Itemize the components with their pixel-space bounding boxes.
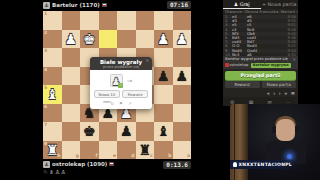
game-result-banner: Bartelur wygrał przez poddanie się × ost… [223, 56, 298, 69]
square-h2[interactable]: 2 [43, 30, 62, 49]
headphone-cup-left [272, 126, 276, 133]
after-game-buttons: Rewanż Nowa partia [225, 81, 296, 88]
top-player-flag-pl [102, 3, 107, 7]
square-f7[interactable]: ♚ [80, 122, 99, 141]
headphone-cup-right [295, 126, 299, 133]
new-game-button[interactable]: Nowa 10 min [94, 90, 120, 98]
captured-piece-icon: ♘ [43, 169, 48, 175]
rematch-button[interactable]: Rewanż [225, 81, 260, 88]
modal-body: ♟ ✓ → Nowa 10 min Rewanż ↻⚑↗ [90, 70, 152, 109]
forward-icon[interactable]: › [279, 90, 281, 96]
square-a4[interactable]: ♟ [173, 67, 192, 86]
square-c7[interactable] [136, 122, 155, 141]
share-icon[interactable]: ↗ [128, 101, 132, 106]
tab-new-game[interactable]: + Nowa partia [261, 0, 299, 9]
rank-label-6: 6 [44, 105, 47, 110]
blue-led-light [287, 154, 292, 159]
square-g7[interactable] [62, 122, 81, 141]
result-chips: ostrolekap Bartelur wygrywa [225, 63, 296, 68]
stream-stage: ♟ Bartelur (1170) 07:16 12♟♚♟♟34♟♟♟5♝♟6♞… [0, 0, 320, 180]
square-f2[interactable]: ♚ [80, 30, 99, 49]
loser-name: ostrolekap [230, 63, 249, 67]
square-h6[interactable]: 6 [43, 104, 62, 123]
captured-piece-icon: ♙ [55, 169, 60, 175]
square-e8[interactable]: e [99, 141, 118, 160]
piece-white-pawn[interactable]: ♟ [64, 30, 77, 49]
square-a3[interactable] [173, 48, 192, 67]
plus-icon: + [262, 2, 266, 7]
file-label-e: e [113, 154, 116, 159]
square-c8[interactable]: c♜ [136, 141, 155, 160]
square-h8[interactable]: 8h♜ [43, 141, 62, 160]
panel-tabs: ♟ Graj + Nowa partia [223, 0, 298, 9]
piece-black-pawn[interactable]: ♟ [120, 122, 133, 141]
square-g1[interactable] [62, 11, 81, 30]
square-g6[interactable] [62, 104, 81, 123]
square-g8[interactable]: g [62, 141, 81, 160]
captured-piece-icon: ♙ [61, 169, 66, 175]
rank-label-3: 3 [44, 49, 47, 54]
top-player-bar: ♟ Bartelur (1170) 07:16 [43, 0, 191, 10]
piece-white-pawn[interactable]: ♟ [157, 30, 170, 49]
square-b5[interactable] [154, 85, 173, 104]
rematch-icon[interactable]: ↻ [111, 101, 115, 106]
square-b6[interactable] [154, 104, 173, 123]
back-icon[interactable]: ‹ [273, 90, 275, 96]
captured-pieces-row: ♘♗♙♙ [43, 168, 191, 175]
rank-label-2: 2 [44, 31, 47, 36]
close-icon[interactable]: × [145, 58, 149, 63]
moves-menu-icon[interactable]: ≡ [291, 90, 295, 96]
file-label-b: b [168, 154, 171, 159]
rank-label-5: 5 [44, 86, 47, 91]
square-b8[interactable]: b [154, 141, 173, 160]
piece-black-king[interactable]: ♚ [83, 122, 96, 141]
square-h4[interactable]: 4 [43, 67, 62, 86]
top-player-avatar[interactable]: ♟ [43, 2, 50, 9]
square-a6[interactable] [173, 104, 192, 123]
file-label-c: c [150, 154, 153, 159]
tab-play-label: Graj [240, 2, 250, 7]
square-a1[interactable] [173, 11, 192, 30]
new-game-button[interactable]: Nowa partia [262, 81, 297, 88]
rank-label-7: 7 [44, 123, 47, 128]
square-a7[interactable] [173, 122, 192, 141]
square-h3[interactable]: 3 [43, 48, 62, 67]
piece-white-pawn[interactable]: ♟ [175, 30, 188, 49]
piece-black-bishop[interactable]: ♝ [157, 122, 170, 141]
piece-white-bishop[interactable]: ♝ [46, 85, 59, 104]
square-d2[interactable] [117, 30, 136, 49]
square-b2[interactable]: ♟ [154, 30, 173, 49]
piece-black-pawn[interactable]: ♟ [157, 67, 170, 86]
square-e7[interactable] [99, 122, 118, 141]
square-b7[interactable]: ♝ [154, 122, 173, 141]
rank-label-1: 1 [44, 12, 47, 17]
webcam-overlay: XNXXTENTACIONPL [230, 104, 320, 180]
modal-subtitle: przez poddanie się [90, 65, 152, 70]
square-d7[interactable]: ♟ [117, 122, 136, 141]
square-f8[interactable]: f [80, 141, 99, 160]
result-message: Bartelur wygrał przez poddanie się [225, 57, 296, 61]
square-f1[interactable] [80, 11, 99, 30]
report-icon[interactable]: ⚑ [119, 101, 123, 106]
bottom-player-flag-pl [109, 162, 114, 166]
square-b1[interactable] [154, 11, 173, 30]
game-over-modal: Białe wygrały przez poddanie się × ♟ ✓ →… [90, 57, 152, 109]
square-d1[interactable] [117, 11, 136, 30]
file-label-f: f [96, 154, 98, 159]
close-icon[interactable]: × [292, 57, 296, 62]
square-e2[interactable] [99, 30, 118, 49]
bottom-player-name[interactable]: ostrolekap (1090) [52, 161, 107, 167]
stream-banner: XNXXTENTACIONPL [230, 160, 302, 169]
top-player-name[interactable]: Bartelur (1170) [52, 2, 100, 8]
pawn-icon: ♟ [234, 2, 238, 7]
square-b4[interactable]: ♟ [154, 67, 173, 86]
square-h7[interactable]: 7 [43, 122, 62, 141]
square-h5[interactable]: 5♝ [43, 85, 62, 104]
bottom-player-bar: ♟ ostrolekap (1090) 0:13.6 [43, 160, 191, 168]
side-panel: ♟ Graj + Nowa partia Otwarcie: Obrona fr… [223, 0, 298, 106]
square-g3[interactable] [62, 48, 81, 67]
top-player-clock: 07:16 [167, 1, 191, 9]
arrow-right-icon: → [127, 77, 132, 85]
square-d8[interactable]: d [117, 141, 136, 160]
piece-black-pawn[interactable]: ♟ [175, 67, 188, 86]
winner-check-badge: ✓ [118, 83, 123, 88]
piece-white-king[interactable]: ♚ [83, 30, 96, 49]
square-a5[interactable] [173, 85, 192, 104]
playback-controls: «‹›»≡ [223, 88, 298, 97]
bell-icon [233, 162, 237, 167]
square-g5[interactable] [62, 85, 81, 104]
loser-chip[interactable]: ostrolekap [225, 63, 248, 67]
modal-buttons: Nowa 10 min Rewanż [94, 90, 148, 98]
rank-label-8: 8 [44, 142, 47, 147]
modal-header: Białe wygrały przez poddanie się × [90, 57, 152, 70]
tab-play[interactable]: ♟ Graj [223, 0, 261, 9]
square-c1[interactable] [136, 11, 155, 30]
file-label-h: h [57, 154, 60, 159]
square-b3[interactable] [154, 48, 173, 67]
square-c2[interactable] [136, 30, 155, 49]
result-avatar-row: ♟ ✓ → [94, 73, 148, 88]
tab-new-game-label: Nowa partia [268, 2, 297, 7]
square-e1[interactable] [99, 11, 118, 30]
file-label-g: g [76, 154, 79, 159]
square-a2[interactable]: ♟ [173, 30, 192, 49]
captured-piece-icon: ♗ [49, 169, 54, 175]
piece-black-rook[interactable]: ♜ [138, 141, 151, 160]
rematch-button[interactable]: Rewanż [122, 90, 148, 98]
stream-banner-text: XNXXTENTACIONPL [239, 162, 293, 167]
file-label-a: a [187, 154, 190, 159]
square-g2[interactable]: ♟ [62, 30, 81, 49]
square-h1[interactable]: 1 [43, 11, 62, 30]
go-end-icon[interactable]: » [284, 90, 287, 96]
winner-chip[interactable]: Bartelur wygrywa [251, 63, 291, 68]
game-review-button[interactable]: Przegląd partii [225, 71, 296, 80]
go-start-icon[interactable]: « [267, 90, 270, 96]
file-label-d: d [131, 154, 134, 159]
square-a8[interactable]: a [173, 141, 192, 160]
rank-label-4: 4 [44, 68, 47, 73]
loss-indicator-icon [225, 63, 229, 67]
move-list: 1.e4e69:582.d4d59:553.e5c59:514.c3Nc69:4… [223, 15, 298, 56]
square-g4[interactable] [62, 67, 81, 86]
winner-avatar: ♟ ✓ [110, 74, 123, 87]
bottom-player-avatar[interactable]: ♟ [43, 161, 50, 168]
modal-footer-icons: ↻⚑↗ [94, 101, 148, 106]
